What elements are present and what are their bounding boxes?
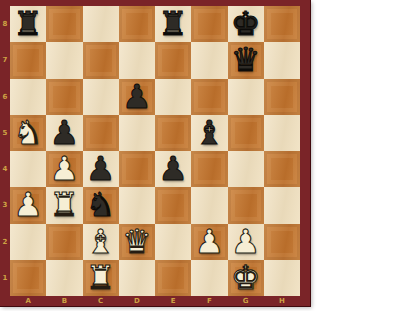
square-b5[interactable]: ♟	[46, 115, 82, 151]
square-e4[interactable]: ♟	[155, 151, 191, 187]
piece-white-knight[interactable]: ♞	[13, 115, 43, 151]
piece-white-pawn[interactable]: ♟	[50, 151, 80, 187]
file-label-b: B	[46, 296, 82, 306]
square-a4[interactable]	[10, 151, 46, 187]
piece-white-rook[interactable]: ♜	[86, 260, 116, 296]
square-e1[interactable]	[155, 260, 191, 296]
square-d8[interactable]	[119, 6, 155, 42]
square-b1[interactable]	[46, 260, 82, 296]
square-f5[interactable]: ♝	[191, 115, 227, 151]
square-g7[interactable]: ♛	[228, 42, 264, 78]
square-a3[interactable]: ♟	[10, 187, 46, 223]
square-a7[interactable]	[10, 42, 46, 78]
file-label-e: E	[155, 296, 191, 306]
square-f2[interactable]: ♟	[191, 224, 227, 260]
file-label-h: H	[264, 296, 300, 306]
file-label-f: F	[191, 296, 227, 306]
square-e3[interactable]	[155, 187, 191, 223]
piece-black-knight[interactable]: ♞	[86, 187, 116, 223]
square-d2[interactable]: ♛	[119, 224, 155, 260]
square-g5[interactable]	[228, 115, 264, 151]
piece-black-rook[interactable]: ♜	[13, 6, 43, 42]
square-c4[interactable]: ♟	[83, 151, 119, 187]
square-h7[interactable]	[264, 42, 300, 78]
piece-white-bishop[interactable]: ♝	[86, 224, 116, 260]
square-d7[interactable]	[119, 42, 155, 78]
square-f6[interactable]	[191, 79, 227, 115]
square-d3[interactable]	[119, 187, 155, 223]
square-b2[interactable]	[46, 224, 82, 260]
square-f3[interactable]	[191, 187, 227, 223]
square-d4[interactable]	[119, 151, 155, 187]
piece-white-pawn[interactable]: ♟	[231, 224, 261, 260]
square-d5[interactable]	[119, 115, 155, 151]
square-h8[interactable]	[264, 6, 300, 42]
square-b8[interactable]	[46, 6, 82, 42]
square-b6[interactable]	[46, 79, 82, 115]
piece-white-queen[interactable]: ♛	[122, 224, 152, 260]
square-c5[interactable]	[83, 115, 119, 151]
rank-label-7: 7	[0, 42, 10, 78]
piece-white-pawn[interactable]: ♟	[13, 187, 43, 223]
piece-white-king[interactable]: ♚	[231, 260, 261, 296]
piece-black-bishop[interactable]: ♝	[195, 115, 225, 151]
piece-black-pawn[interactable]: ♟	[50, 115, 80, 151]
file-label-c: C	[83, 296, 119, 306]
square-a6[interactable]	[10, 79, 46, 115]
square-e6[interactable]	[155, 79, 191, 115]
piece-black-king[interactable]: ♚	[231, 6, 261, 42]
square-e8[interactable]: ♜	[155, 6, 191, 42]
rank-label-8: 8	[0, 6, 10, 42]
piece-black-rook[interactable]: ♜	[158, 6, 188, 42]
square-e7[interactable]	[155, 42, 191, 78]
square-h4[interactable]	[264, 151, 300, 187]
square-f8[interactable]	[191, 6, 227, 42]
square-e5[interactable]	[155, 115, 191, 151]
file-label-d: D	[119, 296, 155, 306]
square-f1[interactable]	[191, 260, 227, 296]
square-b4[interactable]: ♟	[46, 151, 82, 187]
square-g6[interactable]	[228, 79, 264, 115]
square-a1[interactable]	[10, 260, 46, 296]
square-c7[interactable]	[83, 42, 119, 78]
square-c2[interactable]: ♝	[83, 224, 119, 260]
piece-black-queen[interactable]: ♛	[231, 42, 261, 78]
rank-label-5: 5	[0, 115, 10, 151]
square-h3[interactable]	[264, 187, 300, 223]
file-label-g: G	[228, 296, 264, 306]
square-g8[interactable]: ♚	[228, 6, 264, 42]
square-h1[interactable]	[264, 260, 300, 296]
square-c3[interactable]: ♞	[83, 187, 119, 223]
square-h5[interactable]	[264, 115, 300, 151]
piece-white-pawn[interactable]: ♟	[195, 224, 225, 260]
square-g3[interactable]	[228, 187, 264, 223]
square-h6[interactable]	[264, 79, 300, 115]
page: ♜♜♚♛♟♞♟♝♟♟♟♟♜♞♝♛♟♟♜♚ 87654321 ABCDEFGH	[0, 0, 414, 311]
square-a8[interactable]: ♜	[10, 6, 46, 42]
board-grid: ♜♜♚♛♟♞♟♝♟♟♟♟♜♞♝♛♟♟♜♚	[10, 6, 300, 296]
rank-label-6: 6	[0, 79, 10, 115]
square-g1[interactable]: ♚	[228, 260, 264, 296]
square-e2[interactable]	[155, 224, 191, 260]
square-b3[interactable]: ♜	[46, 187, 82, 223]
square-g4[interactable]	[228, 151, 264, 187]
square-f7[interactable]	[191, 42, 227, 78]
square-d1[interactable]	[119, 260, 155, 296]
square-a2[interactable]	[10, 224, 46, 260]
square-c1[interactable]: ♜	[83, 260, 119, 296]
piece-black-pawn[interactable]: ♟	[122, 79, 152, 115]
square-g2[interactable]: ♟	[228, 224, 264, 260]
square-c6[interactable]	[83, 79, 119, 115]
square-b7[interactable]	[46, 42, 82, 78]
rank-label-1: 1	[0, 260, 10, 296]
rank-label-4: 4	[0, 151, 10, 187]
square-d6[interactable]: ♟	[119, 79, 155, 115]
file-label-a: A	[10, 296, 46, 306]
rank-label-2: 2	[0, 224, 10, 260]
piece-white-rook[interactable]: ♜	[50, 187, 80, 223]
piece-black-pawn[interactable]: ♟	[158, 151, 188, 187]
piece-black-pawn[interactable]: ♟	[86, 151, 116, 187]
rank-label-3: 3	[0, 187, 10, 223]
chess-board: ♜♜♚♛♟♞♟♝♟♟♟♟♜♞♝♛♟♟♜♚ 87654321 ABCDEFGH	[0, 0, 310, 306]
square-h2[interactable]	[264, 224, 300, 260]
square-c8[interactable]	[83, 6, 119, 42]
square-a5[interactable]: ♞	[10, 115, 46, 151]
square-f4[interactable]	[191, 151, 227, 187]
